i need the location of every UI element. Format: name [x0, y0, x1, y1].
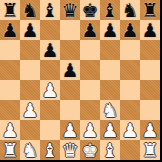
square-h2[interactable]: ♟ [140, 120, 160, 140]
square-d1[interactable]: ♛ [60, 140, 80, 160]
square-e1[interactable]: ♚ [80, 140, 100, 160]
square-a7[interactable]: ♟ [0, 20, 20, 40]
square-c1[interactable]: ♝ [40, 140, 60, 160]
square-h6[interactable] [140, 40, 160, 60]
square-b5[interactable] [20, 60, 40, 80]
piece-black-pawn-b7[interactable]: ♟ [21, 20, 38, 40]
piece-white-rook-h1[interactable]: ♜ [141, 140, 158, 160]
square-b1[interactable]: ♞ [20, 140, 40, 160]
square-b8[interactable]: ♞ [20, 0, 40, 20]
piece-white-pawn-a2[interactable]: ♟ [1, 120, 18, 140]
piece-black-queen-d8[interactable]: ♛ [61, 0, 78, 20]
chess-board: ♜♞♝♛♚♝♞♜♟♟♟♟♟♟♟♟♟♟♞♟♟♟♟♟♟♜♞♝♛♚♝♜ [0, 0, 160, 160]
square-a4[interactable] [0, 80, 20, 100]
square-b2[interactable] [20, 120, 40, 140]
square-d6[interactable] [60, 40, 80, 60]
piece-black-rook-a8[interactable]: ♜ [1, 0, 18, 20]
square-g4[interactable] [120, 80, 140, 100]
square-e5[interactable] [80, 60, 100, 80]
square-a3[interactable] [0, 100, 20, 120]
square-b4[interactable] [20, 80, 40, 100]
square-c6[interactable]: ♟ [40, 40, 60, 60]
square-h3[interactable] [140, 100, 160, 120]
square-g8[interactable]: ♞ [120, 0, 140, 20]
piece-black-pawn-g7[interactable]: ♟ [121, 20, 138, 40]
square-c3[interactable] [40, 100, 60, 120]
piece-white-pawn-h2[interactable]: ♟ [141, 120, 158, 140]
piece-black-bishop-c8[interactable]: ♝ [41, 0, 58, 20]
piece-black-king-e8[interactable]: ♚ [81, 0, 98, 20]
piece-white-rook-a1[interactable]: ♜ [1, 140, 18, 160]
piece-white-pawn-e2[interactable]: ♟ [81, 120, 98, 140]
square-d3[interactable] [60, 100, 80, 120]
square-d5[interactable]: ♟ [60, 60, 80, 80]
square-g2[interactable]: ♟ [120, 120, 140, 140]
square-b7[interactable]: ♟ [20, 20, 40, 40]
square-c7[interactable] [40, 20, 60, 40]
square-b6[interactable] [20, 40, 40, 60]
square-d7[interactable] [60, 20, 80, 40]
piece-white-knight-b1[interactable]: ♞ [21, 140, 38, 160]
piece-black-pawn-d5[interactable]: ♟ [61, 60, 78, 80]
square-f7[interactable]: ♟ [100, 20, 120, 40]
square-a5[interactable] [0, 60, 20, 80]
piece-white-knight-f3[interactable]: ♞ [101, 100, 118, 120]
square-e8[interactable]: ♚ [80, 0, 100, 20]
square-f2[interactable]: ♟ [100, 120, 120, 140]
piece-black-pawn-f7[interactable]: ♟ [101, 20, 118, 40]
piece-white-king-e1[interactable]: ♚ [81, 140, 98, 160]
piece-black-pawn-c6[interactable]: ♟ [41, 40, 58, 60]
square-f4[interactable] [100, 80, 120, 100]
square-a2[interactable]: ♟ [0, 120, 20, 140]
square-f3[interactable]: ♞ [100, 100, 120, 120]
piece-black-bishop-f8[interactable]: ♝ [101, 0, 118, 20]
piece-black-knight-b8[interactable]: ♞ [21, 0, 38, 20]
square-h7[interactable]: ♟ [140, 20, 160, 40]
piece-white-bishop-f1[interactable]: ♝ [101, 140, 118, 160]
square-g1[interactable] [120, 140, 140, 160]
piece-black-rook-h8[interactable]: ♜ [141, 0, 158, 20]
square-a8[interactable]: ♜ [0, 0, 20, 20]
square-g7[interactable]: ♟ [120, 20, 140, 40]
square-f1[interactable]: ♝ [100, 140, 120, 160]
piece-white-pawn-c4[interactable]: ♟ [41, 80, 58, 100]
square-e4[interactable] [80, 80, 100, 100]
square-d8[interactable]: ♛ [60, 0, 80, 20]
board-frame: ♜♞♝♛♚♝♞♜♟♟♟♟♟♟♟♟♟♟♞♟♟♟♟♟♟♜♞♝♛♚♝♜ [0, 0, 162, 162]
square-h5[interactable] [140, 60, 160, 80]
square-e3[interactable] [80, 100, 100, 120]
piece-white-pawn-b3[interactable]: ♟ [21, 100, 38, 120]
square-h1[interactable]: ♜ [140, 140, 160, 160]
square-f8[interactable]: ♝ [100, 0, 120, 20]
piece-black-pawn-h7[interactable]: ♟ [141, 20, 158, 40]
square-f5[interactable] [100, 60, 120, 80]
square-f6[interactable] [100, 40, 120, 60]
square-d4[interactable] [60, 80, 80, 100]
square-g3[interactable] [120, 100, 140, 120]
piece-white-pawn-g2[interactable]: ♟ [121, 120, 138, 140]
piece-white-pawn-f2[interactable]: ♟ [101, 120, 118, 140]
square-a6[interactable] [0, 40, 20, 60]
square-c2[interactable] [40, 120, 60, 140]
square-d2[interactable]: ♟ [60, 120, 80, 140]
square-c4[interactable]: ♟ [40, 80, 60, 100]
square-g5[interactable] [120, 60, 140, 80]
square-h4[interactable] [140, 80, 160, 100]
square-c8[interactable]: ♝ [40, 0, 60, 20]
piece-black-pawn-e7[interactable]: ♟ [81, 20, 98, 40]
square-e2[interactable]: ♟ [80, 120, 100, 140]
piece-white-bishop-c1[interactable]: ♝ [41, 140, 58, 160]
piece-black-knight-g8[interactable]: ♞ [121, 0, 138, 20]
square-g6[interactable] [120, 40, 140, 60]
square-a1[interactable]: ♜ [0, 140, 20, 160]
piece-black-pawn-a7[interactable]: ♟ [1, 20, 18, 40]
piece-white-queen-d1[interactable]: ♛ [61, 140, 78, 160]
square-c5[interactable] [40, 60, 60, 80]
square-b3[interactable]: ♟ [20, 100, 40, 120]
square-e6[interactable] [80, 40, 100, 60]
piece-white-pawn-d2[interactable]: ♟ [61, 120, 78, 140]
square-e7[interactable]: ♟ [80, 20, 100, 40]
square-h8[interactable]: ♜ [140, 0, 160, 20]
